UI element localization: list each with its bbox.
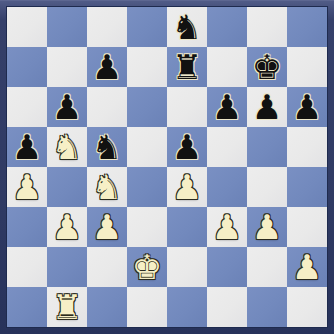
square-e4[interactable]: ♟ bbox=[167, 167, 207, 207]
square-f5[interactable] bbox=[207, 127, 247, 167]
piece-black-knight[interactable]: ♞ bbox=[167, 7, 207, 47]
square-a2[interactable] bbox=[7, 247, 47, 287]
square-c2[interactable] bbox=[87, 247, 127, 287]
square-h1[interactable] bbox=[287, 287, 327, 327]
square-c4[interactable]: ♞ bbox=[87, 167, 127, 207]
square-g2[interactable] bbox=[247, 247, 287, 287]
piece-black-pawn[interactable]: ♟ bbox=[247, 87, 287, 127]
square-e8[interactable]: ♞ bbox=[167, 7, 207, 47]
square-d3[interactable] bbox=[127, 207, 167, 247]
square-e6[interactable] bbox=[167, 87, 207, 127]
square-b1[interactable]: ♜ bbox=[47, 287, 87, 327]
piece-black-pawn[interactable]: ♟ bbox=[47, 87, 87, 127]
square-d6[interactable] bbox=[127, 87, 167, 127]
square-e7[interactable]: ♜ bbox=[167, 47, 207, 87]
square-g8[interactable] bbox=[247, 7, 287, 47]
square-h2[interactable]: ♟ bbox=[287, 247, 327, 287]
square-c5[interactable]: ♞ bbox=[87, 127, 127, 167]
square-f8[interactable] bbox=[207, 7, 247, 47]
square-h6[interactable]: ♟ bbox=[287, 87, 327, 127]
piece-white-pawn[interactable]: ♟ bbox=[167, 167, 207, 207]
piece-white-knight[interactable]: ♞ bbox=[87, 167, 127, 207]
piece-black-rook[interactable]: ♜ bbox=[167, 47, 207, 87]
square-g6[interactable]: ♟ bbox=[247, 87, 287, 127]
square-a8[interactable] bbox=[7, 7, 47, 47]
square-a7[interactable] bbox=[7, 47, 47, 87]
piece-white-pawn[interactable]: ♟ bbox=[287, 247, 327, 287]
square-f3[interactable]: ♟ bbox=[207, 207, 247, 247]
square-e5[interactable]: ♟ bbox=[167, 127, 207, 167]
piece-white-pawn[interactable]: ♟ bbox=[47, 207, 87, 247]
square-c6[interactable] bbox=[87, 87, 127, 127]
piece-black-pawn[interactable]: ♟ bbox=[207, 87, 247, 127]
square-g5[interactable] bbox=[247, 127, 287, 167]
square-a6[interactable] bbox=[7, 87, 47, 127]
square-b7[interactable] bbox=[47, 47, 87, 87]
square-f6[interactable]: ♟ bbox=[207, 87, 247, 127]
square-e3[interactable] bbox=[167, 207, 207, 247]
piece-white-pawn[interactable]: ♟ bbox=[247, 207, 287, 247]
square-d8[interactable] bbox=[127, 7, 167, 47]
square-f2[interactable] bbox=[207, 247, 247, 287]
square-f1[interactable] bbox=[207, 287, 247, 327]
square-f4[interactable] bbox=[207, 167, 247, 207]
square-d2[interactable]: ♚ bbox=[127, 247, 167, 287]
square-c3[interactable]: ♟ bbox=[87, 207, 127, 247]
square-h7[interactable] bbox=[287, 47, 327, 87]
square-a5[interactable]: ♟ bbox=[7, 127, 47, 167]
chess-board-frame: ♞♟♜♚♟♟♟♟♟♞♞♟♟♞♟♟♟♟♟♚♟♜ bbox=[0, 0, 334, 334]
square-c7[interactable]: ♟ bbox=[87, 47, 127, 87]
piece-white-knight[interactable]: ♞ bbox=[47, 127, 87, 167]
square-b2[interactable] bbox=[47, 247, 87, 287]
square-h5[interactable] bbox=[287, 127, 327, 167]
square-a1[interactable] bbox=[7, 287, 47, 327]
square-g3[interactable]: ♟ bbox=[247, 207, 287, 247]
square-g4[interactable] bbox=[247, 167, 287, 207]
square-d4[interactable] bbox=[127, 167, 167, 207]
square-f7[interactable] bbox=[207, 47, 247, 87]
square-b4[interactable] bbox=[47, 167, 87, 207]
piece-white-king[interactable]: ♚ bbox=[127, 247, 167, 287]
piece-white-pawn[interactable]: ♟ bbox=[87, 207, 127, 247]
square-b6[interactable]: ♟ bbox=[47, 87, 87, 127]
square-e2[interactable] bbox=[167, 247, 207, 287]
square-c1[interactable] bbox=[87, 287, 127, 327]
piece-black-king[interactable]: ♚ bbox=[247, 47, 287, 87]
square-h8[interactable] bbox=[287, 7, 327, 47]
piece-white-pawn[interactable]: ♟ bbox=[7, 167, 47, 207]
square-a3[interactable] bbox=[7, 207, 47, 247]
square-d7[interactable] bbox=[127, 47, 167, 87]
square-b8[interactable] bbox=[47, 7, 87, 47]
square-c8[interactable] bbox=[87, 7, 127, 47]
piece-black-knight[interactable]: ♞ bbox=[87, 127, 127, 167]
piece-black-pawn[interactable]: ♟ bbox=[87, 47, 127, 87]
chess-board: ♞♟♜♚♟♟♟♟♟♞♞♟♟♞♟♟♟♟♟♚♟♜ bbox=[7, 7, 327, 327]
piece-white-pawn[interactable]: ♟ bbox=[207, 207, 247, 247]
piece-black-pawn[interactable]: ♟ bbox=[287, 87, 327, 127]
piece-white-rook[interactable]: ♜ bbox=[47, 287, 87, 327]
square-a4[interactable]: ♟ bbox=[7, 167, 47, 207]
square-d5[interactable] bbox=[127, 127, 167, 167]
piece-black-pawn[interactable]: ♟ bbox=[167, 127, 207, 167]
square-d1[interactable] bbox=[127, 287, 167, 327]
piece-black-pawn[interactable]: ♟ bbox=[7, 127, 47, 167]
square-e1[interactable] bbox=[167, 287, 207, 327]
square-b3[interactable]: ♟ bbox=[47, 207, 87, 247]
square-g7[interactable]: ♚ bbox=[247, 47, 287, 87]
square-b5[interactable]: ♞ bbox=[47, 127, 87, 167]
square-g1[interactable] bbox=[247, 287, 287, 327]
square-h4[interactable] bbox=[287, 167, 327, 207]
square-h3[interactable] bbox=[287, 207, 327, 247]
